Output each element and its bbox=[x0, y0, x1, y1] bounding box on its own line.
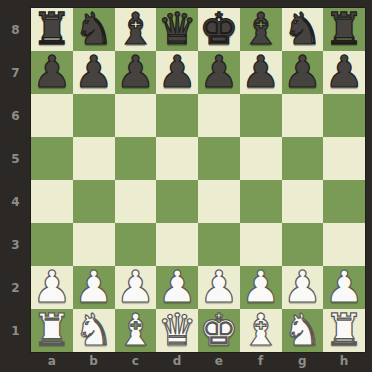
white-pawn-piece[interactable]: ♟ bbox=[157, 265, 196, 308]
file-label-c: c bbox=[115, 352, 157, 372]
square-f8[interactable]: ♝ bbox=[240, 8, 282, 51]
chess-app-window: 87654321 ♜♞♝♛♚♝♞♜♟♟♟♟♟♟♟♟♟♟♟♟♟♟♟♟♜♞♝♛♚♝♞… bbox=[0, 0, 372, 372]
square-g6[interactable] bbox=[282, 94, 324, 137]
black-pawn-piece[interactable]: ♟ bbox=[199, 50, 238, 93]
black-pawn-piece[interactable]: ♟ bbox=[283, 50, 322, 93]
square-f1[interactable]: ♝ bbox=[240, 309, 282, 352]
square-c6[interactable] bbox=[115, 94, 157, 137]
square-e4[interactable] bbox=[198, 180, 240, 223]
rank-label-6: 6 bbox=[0, 94, 31, 137]
square-c2[interactable]: ♟ bbox=[115, 266, 157, 309]
square-b7[interactable]: ♟ bbox=[73, 51, 115, 94]
white-pawn-piece[interactable]: ♟ bbox=[199, 265, 238, 308]
square-d1[interactable]: ♛ bbox=[156, 309, 198, 352]
square-c4[interactable] bbox=[115, 180, 157, 223]
square-b5[interactable] bbox=[73, 137, 115, 180]
file-label-e: e bbox=[198, 352, 240, 372]
white-queen-piece[interactable]: ♛ bbox=[157, 308, 196, 351]
black-bishop-piece[interactable]: ♝ bbox=[116, 7, 155, 50]
square-e1[interactable]: ♚ bbox=[198, 309, 240, 352]
white-pawn-piece[interactable]: ♟ bbox=[241, 265, 280, 308]
square-e6[interactable] bbox=[198, 94, 240, 137]
white-pawn-piece[interactable]: ♟ bbox=[74, 265, 113, 308]
square-g8[interactable]: ♞ bbox=[282, 8, 324, 51]
square-f2[interactable]: ♟ bbox=[240, 266, 282, 309]
square-f5[interactable] bbox=[240, 137, 282, 180]
square-g2[interactable]: ♟ bbox=[282, 266, 324, 309]
square-b3[interactable] bbox=[73, 223, 115, 266]
white-pawn-piece[interactable]: ♟ bbox=[116, 265, 155, 308]
square-a2[interactable]: ♟ bbox=[31, 266, 73, 309]
white-pawn-piece[interactable]: ♟ bbox=[283, 265, 322, 308]
square-a4[interactable] bbox=[31, 180, 73, 223]
black-rook-piece[interactable]: ♜ bbox=[32, 7, 71, 50]
square-g3[interactable] bbox=[282, 223, 324, 266]
square-a7[interactable]: ♟ bbox=[31, 51, 73, 94]
square-c7[interactable]: ♟ bbox=[115, 51, 157, 94]
black-pawn-piece[interactable]: ♟ bbox=[74, 50, 113, 93]
white-pawn-piece[interactable]: ♟ bbox=[32, 265, 71, 308]
square-g4[interactable] bbox=[282, 180, 324, 223]
black-queen-piece[interactable]: ♛ bbox=[157, 7, 196, 50]
black-king-piece[interactable]: ♚ bbox=[199, 7, 238, 50]
square-e3[interactable] bbox=[198, 223, 240, 266]
square-c3[interactable] bbox=[115, 223, 157, 266]
square-h1[interactable]: ♜ bbox=[323, 309, 365, 352]
white-pawn-piece[interactable]: ♟ bbox=[324, 265, 363, 308]
rank-label-1: 1 bbox=[0, 309, 31, 352]
square-e7[interactable]: ♟ bbox=[198, 51, 240, 94]
square-c8[interactable]: ♝ bbox=[115, 8, 157, 51]
square-d2[interactable]: ♟ bbox=[156, 266, 198, 309]
square-e5[interactable] bbox=[198, 137, 240, 180]
square-d3[interactable] bbox=[156, 223, 198, 266]
black-knight-piece[interactable]: ♞ bbox=[74, 7, 113, 50]
file-label-b: b bbox=[73, 352, 115, 372]
square-a6[interactable] bbox=[31, 94, 73, 137]
square-a3[interactable] bbox=[31, 223, 73, 266]
rank-labels: 87654321 bbox=[0, 8, 31, 352]
square-c5[interactable] bbox=[115, 137, 157, 180]
black-rook-piece[interactable]: ♜ bbox=[324, 7, 363, 50]
square-b2[interactable]: ♟ bbox=[73, 266, 115, 309]
square-d7[interactable]: ♟ bbox=[156, 51, 198, 94]
square-c1[interactable]: ♝ bbox=[115, 309, 157, 352]
rank-label-5: 5 bbox=[0, 137, 31, 180]
white-rook-piece[interactable]: ♜ bbox=[324, 308, 363, 351]
white-rook-piece[interactable]: ♜ bbox=[32, 308, 71, 351]
square-f3[interactable] bbox=[240, 223, 282, 266]
black-bishop-piece[interactable]: ♝ bbox=[241, 7, 280, 50]
square-a1[interactable]: ♜ bbox=[31, 309, 73, 352]
white-bishop-piece[interactable]: ♝ bbox=[116, 308, 155, 351]
file-label-f: f bbox=[240, 352, 282, 372]
rank-label-3: 3 bbox=[0, 223, 31, 266]
black-pawn-piece[interactable]: ♟ bbox=[241, 50, 280, 93]
square-d5[interactable] bbox=[156, 137, 198, 180]
square-g1[interactable]: ♞ bbox=[282, 309, 324, 352]
square-h6[interactable] bbox=[323, 94, 365, 137]
rank-label-7: 7 bbox=[0, 51, 31, 94]
square-h5[interactable] bbox=[323, 137, 365, 180]
square-a5[interactable] bbox=[31, 137, 73, 180]
square-h7[interactable]: ♟ bbox=[323, 51, 365, 94]
square-a8[interactable]: ♜ bbox=[31, 8, 73, 51]
square-f6[interactable] bbox=[240, 94, 282, 137]
white-king-piece[interactable]: ♚ bbox=[199, 308, 238, 351]
square-d6[interactable] bbox=[156, 94, 198, 137]
black-pawn-piece[interactable]: ♟ bbox=[116, 50, 155, 93]
rank-label-8: 8 bbox=[0, 8, 31, 51]
chess-board[interactable]: ♜♞♝♛♚♝♞♜♟♟♟♟♟♟♟♟♟♟♟♟♟♟♟♟♜♞♝♛♚♝♞♜ bbox=[31, 8, 365, 352]
square-b6[interactable] bbox=[73, 94, 115, 137]
square-f4[interactable] bbox=[240, 180, 282, 223]
black-pawn-piece[interactable]: ♟ bbox=[324, 50, 363, 93]
file-labels: abcdefgh bbox=[31, 352, 365, 372]
file-label-d: d bbox=[156, 352, 198, 372]
square-h3[interactable] bbox=[323, 223, 365, 266]
square-e8[interactable]: ♚ bbox=[198, 8, 240, 51]
file-label-g: g bbox=[282, 352, 324, 372]
square-d8[interactable]: ♛ bbox=[156, 8, 198, 51]
square-h8[interactable]: ♜ bbox=[323, 8, 365, 51]
square-g5[interactable] bbox=[282, 137, 324, 180]
square-b4[interactable] bbox=[73, 180, 115, 223]
file-label-a: a bbox=[31, 352, 73, 372]
rank-label-2: 2 bbox=[0, 266, 31, 309]
square-g7[interactable]: ♟ bbox=[282, 51, 324, 94]
square-h2[interactable]: ♟ bbox=[323, 266, 365, 309]
white-knight-piece[interactable]: ♞ bbox=[74, 308, 113, 351]
square-d4[interactable] bbox=[156, 180, 198, 223]
file-label-h: h bbox=[323, 352, 365, 372]
black-pawn-piece[interactable]: ♟ bbox=[157, 50, 196, 93]
white-knight-piece[interactable]: ♞ bbox=[283, 308, 322, 351]
black-knight-piece[interactable]: ♞ bbox=[283, 7, 322, 50]
square-b1[interactable]: ♞ bbox=[73, 309, 115, 352]
white-bishop-piece[interactable]: ♝ bbox=[241, 308, 280, 351]
square-h4[interactable] bbox=[323, 180, 365, 223]
square-b8[interactable]: ♞ bbox=[73, 8, 115, 51]
square-f7[interactable]: ♟ bbox=[240, 51, 282, 94]
rank-label-4: 4 bbox=[0, 180, 31, 223]
black-pawn-piece[interactable]: ♟ bbox=[32, 50, 71, 93]
square-e2[interactable]: ♟ bbox=[198, 266, 240, 309]
